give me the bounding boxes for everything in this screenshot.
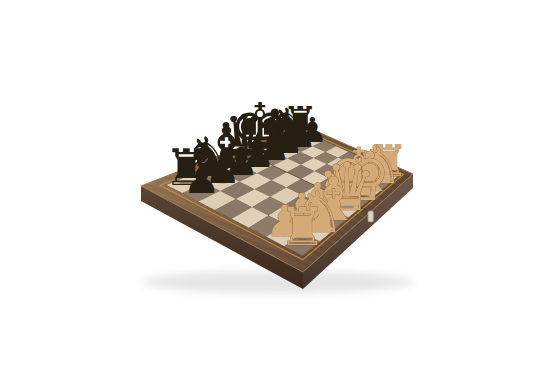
piece-black-pawn-a7: ♟ <box>183 154 220 203</box>
piece-white-rook-a1: ♜ <box>279 196 326 257</box>
chess-board-photo: ♜♞♟♟♝♟♚♟♛♟♝♟♟♞♜♟♞♟♟♜♝♟♟♚♟♛♟♝♟♞♟♜ <box>0 0 560 372</box>
chess-set-product-photo: ♜♞♟♟♝♟♚♟♛♟♝♟♟♞♜♟♞♟♟♜♝♟♟♚♟♛♟♝♟♞♟♜ <box>0 0 560 372</box>
